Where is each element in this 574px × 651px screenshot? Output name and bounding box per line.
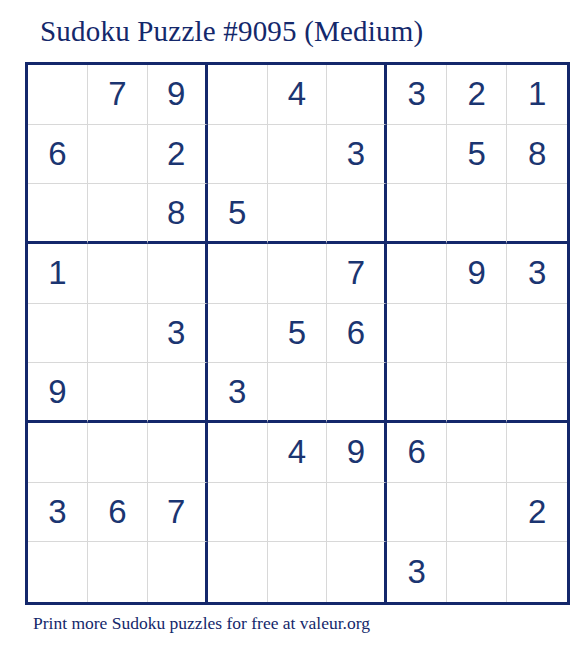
sudoku-cell-r2c4-empty[interactable] [208, 125, 268, 185]
sudoku-cell-r8c8-empty[interactable] [447, 483, 507, 543]
sudoku-cell-r6c9-empty[interactable] [507, 363, 567, 423]
sudoku-cell-r3c3-given[interactable]: 8 [148, 184, 208, 244]
sudoku-cell-r4c4-empty[interactable] [208, 244, 268, 304]
sudoku-cell-r8c9-given[interactable]: 2 [507, 483, 567, 543]
sudoku-cell-r1c2-given[interactable]: 7 [88, 65, 148, 125]
sudoku-cell-r9c6-empty[interactable] [327, 542, 387, 602]
sudoku-cell-r6c5-empty[interactable] [268, 363, 328, 423]
sudoku-page: Sudoku Puzzle #9095 (Medium) 79432162358… [0, 0, 574, 651]
sudoku-cell-r4c1-given[interactable]: 1 [28, 244, 88, 304]
sudoku-cell-r1c7-given[interactable]: 3 [387, 65, 447, 125]
sudoku-cell-r2c9-given[interactable]: 8 [507, 125, 567, 185]
sudoku-cell-r7c2-empty[interactable] [88, 423, 148, 483]
sudoku-cell-r4c9-given[interactable]: 3 [507, 244, 567, 304]
sudoku-cell-r9c2-empty[interactable] [88, 542, 148, 602]
sudoku-cell-r5c5-given[interactable]: 5 [268, 304, 328, 364]
page-title: Sudoku Puzzle #9095 (Medium) [40, 15, 423, 48]
sudoku-cell-r5c2-empty[interactable] [88, 304, 148, 364]
footer-text: Print more Sudoku puzzles for free at va… [33, 613, 370, 634]
sudoku-cell-r8c7-empty[interactable] [387, 483, 447, 543]
sudoku-cell-r2c6-given[interactable]: 3 [327, 125, 387, 185]
sudoku-cell-r5c9-empty[interactable] [507, 304, 567, 364]
sudoku-cell-r5c1-empty[interactable] [28, 304, 88, 364]
sudoku-cell-r2c2-empty[interactable] [88, 125, 148, 185]
sudoku-cell-r7c8-empty[interactable] [447, 423, 507, 483]
sudoku-cell-r9c7-given[interactable]: 3 [387, 542, 447, 602]
sudoku-cell-r5c4-empty[interactable] [208, 304, 268, 364]
sudoku-cell-r9c4-empty[interactable] [208, 542, 268, 602]
sudoku-cell-r7c4-empty[interactable] [208, 423, 268, 483]
sudoku-cell-r4c6-given[interactable]: 7 [327, 244, 387, 304]
sudoku-cell-r7c5-given[interactable]: 4 [268, 423, 328, 483]
sudoku-cell-r1c8-given[interactable]: 2 [447, 65, 507, 125]
sudoku-cell-r6c6-empty[interactable] [327, 363, 387, 423]
sudoku-cell-r8c4-empty[interactable] [208, 483, 268, 543]
sudoku-cell-r3c8-empty[interactable] [447, 184, 507, 244]
sudoku-cell-r6c3-empty[interactable] [148, 363, 208, 423]
sudoku-cell-r7c9-empty[interactable] [507, 423, 567, 483]
sudoku-cell-r4c7-empty[interactable] [387, 244, 447, 304]
sudoku-cell-r9c3-empty[interactable] [148, 542, 208, 602]
sudoku-cell-r7c7-given[interactable]: 6 [387, 423, 447, 483]
sudoku-cell-r1c6-empty[interactable] [327, 65, 387, 125]
sudoku-cell-r5c6-given[interactable]: 6 [327, 304, 387, 364]
sudoku-cell-r6c7-empty[interactable] [387, 363, 447, 423]
sudoku-cell-r3c1-empty[interactable] [28, 184, 88, 244]
sudoku-cell-r4c5-empty[interactable] [268, 244, 328, 304]
sudoku-cell-r3c5-empty[interactable] [268, 184, 328, 244]
sudoku-cell-r2c3-given[interactable]: 2 [148, 125, 208, 185]
sudoku-cell-r1c4-empty[interactable] [208, 65, 268, 125]
sudoku-cell-r6c8-empty[interactable] [447, 363, 507, 423]
sudoku-cell-r9c8-empty[interactable] [447, 542, 507, 602]
sudoku-cell-r2c5-empty[interactable] [268, 125, 328, 185]
sudoku-board: 794321623588517933569349636723 [25, 62, 570, 605]
sudoku-cell-r8c1-given[interactable]: 3 [28, 483, 88, 543]
sudoku-cell-r6c4-given[interactable]: 3 [208, 363, 268, 423]
sudoku-cell-r8c5-empty[interactable] [268, 483, 328, 543]
sudoku-cell-r4c2-empty[interactable] [88, 244, 148, 304]
sudoku-cell-r4c3-empty[interactable] [148, 244, 208, 304]
sudoku-cell-r9c1-empty[interactable] [28, 542, 88, 602]
sudoku-cell-r2c8-given[interactable]: 5 [447, 125, 507, 185]
sudoku-cell-r1c9-given[interactable]: 1 [507, 65, 567, 125]
sudoku-cell-r1c5-given[interactable]: 4 [268, 65, 328, 125]
sudoku-cell-r3c6-empty[interactable] [327, 184, 387, 244]
sudoku-cell-r8c3-given[interactable]: 7 [148, 483, 208, 543]
sudoku-cell-r6c1-given[interactable]: 9 [28, 363, 88, 423]
sudoku-cell-r3c7-empty[interactable] [387, 184, 447, 244]
sudoku-cell-r7c1-empty[interactable] [28, 423, 88, 483]
sudoku-cell-r7c3-empty[interactable] [148, 423, 208, 483]
sudoku-cell-r2c7-empty[interactable] [387, 125, 447, 185]
sudoku-cell-r1c3-given[interactable]: 9 [148, 65, 208, 125]
sudoku-cell-r2c1-given[interactable]: 6 [28, 125, 88, 185]
sudoku-cell-r3c9-empty[interactable] [507, 184, 567, 244]
sudoku-cell-r4c8-given[interactable]: 9 [447, 244, 507, 304]
sudoku-cell-r7c6-given[interactable]: 9 [327, 423, 387, 483]
sudoku-cell-r3c4-given[interactable]: 5 [208, 184, 268, 244]
sudoku-cell-r9c5-empty[interactable] [268, 542, 328, 602]
sudoku-cell-r1c1-empty[interactable] [28, 65, 88, 125]
sudoku-cell-r5c3-given[interactable]: 3 [148, 304, 208, 364]
sudoku-cell-r5c8-empty[interactable] [447, 304, 507, 364]
sudoku-cell-r8c6-empty[interactable] [327, 483, 387, 543]
sudoku-cell-r9c9-given[interactable] [507, 542, 567, 602]
sudoku-cell-r3c2-empty[interactable] [88, 184, 148, 244]
sudoku-cell-r5c7-empty[interactable] [387, 304, 447, 364]
sudoku-cell-r6c2-empty[interactable] [88, 363, 148, 423]
sudoku-cell-r8c2-given[interactable]: 6 [88, 483, 148, 543]
